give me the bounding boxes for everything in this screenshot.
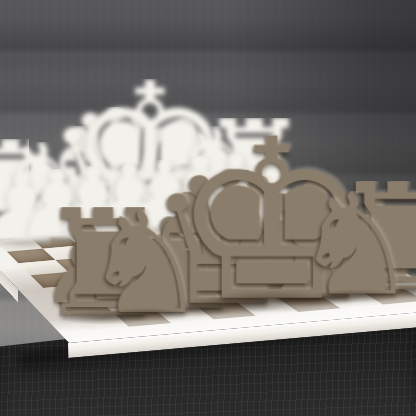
- marble-chess-photo: ♜♞♝♛♚♝♞♜♟♟♟♟♟♟♟♟♟♟♟♟♟♟♟♟♜♞♝♛♚♝♞♜: [0, 0, 416, 416]
- piece-grey-knight: ♞: [83, 210, 209, 319]
- board-stage: ♜♞♝♛♚♝♞♜♟♟♟♟♟♟♟♟♟♟♟♟♟♟♟♟♜♞♝♛♚♝♞♜: [0, 0, 416, 416]
- chess-board: ♜♞♝♛♚♝♞♜♟♟♟♟♟♟♟♟♟♟♟♟♟♟♟♟♜♞♝♛♚♝♞♜: [0, 199, 416, 343]
- piece-grey-knight: ♞: [293, 191, 416, 300]
